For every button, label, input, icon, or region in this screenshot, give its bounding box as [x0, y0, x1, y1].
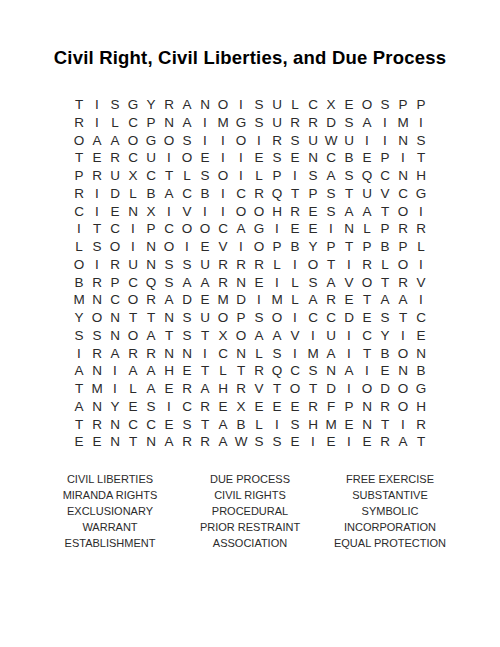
grid-cell-r3c12: R [268, 132, 286, 150]
grid-cell-r19c2: R [88, 416, 106, 434]
grid-cell-r15c11: L [250, 345, 268, 363]
grid-cell-r15c20: N [412, 345, 430, 363]
word-list-item: SUBSTANTIVE [320, 487, 460, 503]
grid-cell-r17c2: M [88, 380, 106, 398]
grid-cell-r3c1: O [70, 132, 88, 150]
grid-cell-r7c3: E [106, 203, 124, 221]
grid-cell-r4c18: P [376, 149, 394, 167]
grid-cell-r5c20: H [412, 167, 430, 185]
grid-cell-r12c6: A [160, 291, 178, 309]
grid-cell-r15c6: N [160, 345, 178, 363]
grid-cell-r19c7: S [178, 416, 196, 434]
grid-cell-r19c10: B [232, 416, 250, 434]
grid-cell-r12c7: D [178, 291, 196, 309]
grid-cell-r2c8: I [196, 114, 214, 132]
grid-cell-r7c20: I [412, 203, 430, 221]
grid-cell-r12c3: C [106, 291, 124, 309]
grid-cell-r15c9: C [214, 345, 232, 363]
grid-cell-r4c15: C [322, 149, 340, 167]
grid-cell-r15c19: O [394, 345, 412, 363]
grid-cell-r5c10: I [232, 167, 250, 185]
grid-cell-r13c18: S [376, 309, 394, 327]
grid-cell-r13c11: S [250, 309, 268, 327]
grid-cell-r2c16: S [340, 114, 358, 132]
grid-cell-r2c9: M [214, 114, 232, 132]
grid-cell-r11c13: L [286, 274, 304, 292]
grid-cell-r7c18: T [376, 203, 394, 221]
grid-cell-r20c6: A [160, 433, 178, 451]
grid-cell-r1c18: S [376, 96, 394, 114]
grid-cell-r15c1: I [70, 345, 88, 363]
grid-cell-r1c1: T [70, 96, 88, 114]
word-list-column-2: DUE PROCESSCIVIL RIGHTSPROCEDURALPRIOR R… [180, 471, 320, 551]
grid-cell-r5c18: C [376, 167, 394, 185]
grid-cell-r11c10: N [232, 274, 250, 292]
grid-cell-r4c4: C [124, 149, 142, 167]
grid-cell-r10c20: I [412, 256, 430, 274]
word-list-item: CIVIL LIBERTIES [40, 471, 180, 487]
grid-cell-r13c2: O [88, 309, 106, 327]
grid-cell-r12c19: A [394, 291, 412, 309]
grid-cell-r14c7: S [178, 327, 196, 345]
grid-cell-r8c7: O [178, 220, 196, 238]
grid-cell-r9c18: B [376, 238, 394, 256]
grid-cell-r5c4: X [124, 167, 142, 185]
grid-cell-r15c5: R [142, 345, 160, 363]
grid-cell-r7c16: A [340, 203, 358, 221]
word-list-item: PRIOR RESTRAINT [180, 519, 320, 535]
grid-cell-r2c7: A [178, 114, 196, 132]
grid-cell-r14c12: A [268, 327, 286, 345]
grid-cell-r16c15: N [322, 362, 340, 380]
grid-cell-r16c16: A [340, 362, 358, 380]
grid-cell-r8c10: A [232, 220, 250, 238]
grid-cell-r3c8: I [196, 132, 214, 150]
grid-cell-r12c15: R [322, 291, 340, 309]
grid-cell-r8c6: C [160, 220, 178, 238]
grid-cell-r8c17: L [358, 220, 376, 238]
grid-cell-r4c20: T [412, 149, 430, 167]
grid-cell-r4c17: E [358, 149, 376, 167]
word-list-item: ASSOCIATION [180, 535, 320, 551]
grid-cell-r9c7: I [178, 238, 196, 256]
grid-cell-r20c15: E [322, 433, 340, 451]
grid-cell-r14c17: C [358, 327, 376, 345]
grid-cell-r16c4: A [124, 362, 142, 380]
grid-cell-r13c13: I [286, 309, 304, 327]
grid-cell-r12c12: M [268, 291, 286, 309]
word-list-item: WARRANT [40, 519, 180, 535]
grid-cell-r14c9: X [214, 327, 232, 345]
grid-cell-r17c19: O [394, 380, 412, 398]
grid-cell-r16c7: E [178, 362, 196, 380]
grid-cell-r13c9: O [214, 309, 232, 327]
grid-cell-r20c17: E [358, 433, 376, 451]
grid-cell-r20c18: R [376, 433, 394, 451]
grid-cell-r16c12: Q [268, 362, 286, 380]
grid-cell-r7c13: R [286, 203, 304, 221]
grid-cell-r8c15: I [322, 220, 340, 238]
grid-cell-r16c20: B [412, 362, 430, 380]
grid-cell-r19c19: I [394, 416, 412, 434]
grid-cell-r9c17: P [358, 238, 376, 256]
grid-cell-r13c19: T [394, 309, 412, 327]
grid-cell-r10c8: U [196, 256, 214, 274]
grid-cell-r6c5: B [142, 185, 160, 203]
grid-cell-r8c9: C [214, 220, 232, 238]
grid-cell-r5c17: Q [358, 167, 376, 185]
grid-cell-r16c19: N [394, 362, 412, 380]
grid-cell-r10c2: I [88, 256, 106, 274]
grid-cell-r9c6: O [160, 238, 178, 256]
grid-cell-r9c15: P [322, 238, 340, 256]
grid-cell-r1c7: A [178, 96, 196, 114]
grid-cell-r9c10: I [232, 238, 250, 256]
grid-cell-r2c17: A [358, 114, 376, 132]
grid-cell-r17c1: T [70, 380, 88, 398]
grid-cell-r9c16: T [340, 238, 358, 256]
grid-cell-r8c19: R [394, 220, 412, 238]
grid-cell-r4c13: E [286, 149, 304, 167]
grid-cell-r18c14: R [304, 398, 322, 416]
grid-cell-r16c1: A [70, 362, 88, 380]
grid-cell-r9c19: P [394, 238, 412, 256]
grid-cell-r6c6: A [160, 185, 178, 203]
grid-cell-r12c4: O [124, 291, 142, 309]
grid-cell-r14c5: A [142, 327, 160, 345]
grid-cell-r19c16: E [340, 416, 358, 434]
grid-cell-r14c14: I [304, 327, 322, 345]
grid-cell-r10c7: S [178, 256, 196, 274]
word-search-page: Civil Right, Civil Liberties, and Due Pr… [0, 0, 500, 647]
grid-cell-r7c11: O [250, 203, 268, 221]
word-list-column-3: FREE EXERCISESUBSTANTIVESYMBOLICINCORPOR… [320, 471, 460, 551]
grid-cell-r8c13: E [286, 220, 304, 238]
grid-cell-r19c18: T [376, 416, 394, 434]
grid-cell-r1c5: Y [142, 96, 160, 114]
grid-cell-r8c4: I [124, 220, 142, 238]
grid-cell-r15c8: I [196, 345, 214, 363]
grid-cell-r11c17: O [358, 274, 376, 292]
grid-cell-r19c3: N [106, 416, 124, 434]
grid-cell-r14c4: O [124, 327, 142, 345]
grid-cell-r3c4: O [124, 132, 142, 150]
grid-cell-r14c6: T [160, 327, 178, 345]
grid-cell-r4c9: I [214, 149, 232, 167]
grid-cell-r10c18: L [376, 256, 394, 274]
grid-cell-r1c2: I [88, 96, 106, 114]
grid-cell-r19c17: N [358, 416, 376, 434]
grid-cell-r5c2: R [88, 167, 106, 185]
grid-cell-r1c20: P [412, 96, 430, 114]
grid-cell-r15c15: A [322, 345, 340, 363]
grid-cell-r18c17: N [358, 398, 376, 416]
grid-cell-r9c14: Y [304, 238, 322, 256]
grid-cell-r13c20: C [412, 309, 430, 327]
grid-cell-r10c3: R [106, 256, 124, 274]
grid-cell-r5c1: P [70, 167, 88, 185]
grid-cell-r9c13: B [286, 238, 304, 256]
grid-cell-r13c7: S [178, 309, 196, 327]
grid-cell-r4c6: I [160, 149, 178, 167]
grid-cell-r9c1: L [70, 238, 88, 256]
grid-cell-r16c9: L [214, 362, 232, 380]
word-list-item: EQUAL PROTECTION [320, 535, 460, 551]
grid-cell-r4c3: R [106, 149, 124, 167]
grid-cell-r13c17: E [358, 309, 376, 327]
grid-cell-r12c11: I [250, 291, 268, 309]
grid-cell-r20c12: S [268, 433, 286, 451]
grid-cell-r11c20: V [412, 274, 430, 292]
word-list-item: EXCLUSIONARY [40, 503, 180, 519]
grid-cell-r16c11: R [250, 362, 268, 380]
grid-cell-r3c13: S [286, 132, 304, 150]
grid-cell-r5c11: L [250, 167, 268, 185]
grid-cell-r13c1: Y [70, 309, 88, 327]
grid-cell-r16c10: T [232, 362, 250, 380]
grid-cell-r10c11: R [250, 256, 268, 274]
grid-cell-r15c3: A [106, 345, 124, 363]
grid-cell-r6c7: C [178, 185, 196, 203]
grid-cell-r14c15: U [322, 327, 340, 345]
grid-cell-r4c7: O [178, 149, 196, 167]
grid-cell-r6c16: T [340, 185, 358, 203]
grid-cell-r15c7: N [178, 345, 196, 363]
grid-cell-r17c7: R [178, 380, 196, 398]
grid-cell-r20c10: W [232, 433, 250, 451]
grid-cell-r1c16: E [340, 96, 358, 114]
grid-cell-r4c19: I [394, 149, 412, 167]
grid-cell-r12c9: M [214, 291, 232, 309]
grid-cell-r2c12: U [268, 114, 286, 132]
grid-cell-r2c19: M [394, 114, 412, 132]
grid-cell-r20c19: A [394, 433, 412, 451]
grid-cell-r5c8: S [196, 167, 214, 185]
grid-cell-r8c3: C [106, 220, 124, 238]
grid-cell-r10c12: L [268, 256, 286, 274]
grid-cell-r13c15: C [322, 309, 340, 327]
grid-cell-r18c8: R [196, 398, 214, 416]
grid-cell-r15c13: I [286, 345, 304, 363]
grid-cell-r7c2: I [88, 203, 106, 221]
grid-cell-r14c10: O [232, 327, 250, 345]
grid-cell-r12c13: L [286, 291, 304, 309]
grid-cell-r5c9: O [214, 167, 232, 185]
grid-cell-r12c18: A [376, 291, 394, 309]
grid-cell-r17c4: L [124, 380, 142, 398]
grid-cell-r7c19: O [394, 203, 412, 221]
grid-cell-r7c1: C [70, 203, 88, 221]
grid-cell-r13c10: P [232, 309, 250, 327]
grid-cell-r3c9: I [214, 132, 232, 150]
grid-cell-r14c20: E [412, 327, 430, 345]
grid-cell-r7c8: I [196, 203, 214, 221]
grid-cell-r1c17: O [358, 96, 376, 114]
word-list-item: SYMBOLIC [320, 503, 460, 519]
grid-cell-r13c8: U [196, 309, 214, 327]
grid-cell-r17c16: I [340, 380, 358, 398]
grid-cell-r18c6: I [160, 398, 178, 416]
grid-cell-r8c1: I [70, 220, 88, 238]
grid-cell-r3c20: S [412, 132, 430, 150]
grid-cell-r18c2: N [88, 398, 106, 416]
grid-cell-r12c5: R [142, 291, 160, 309]
grid-cell-r15c2: R [88, 345, 106, 363]
grid-cell-r11c6: S [160, 274, 178, 292]
grid-cell-r6c18: V [376, 185, 394, 203]
grid-cell-r3c5: G [142, 132, 160, 150]
grid-cell-r13c16: D [340, 309, 358, 327]
grid-cell-r6c3: D [106, 185, 124, 203]
grid-cell-r17c8: A [196, 380, 214, 398]
grid-cell-r14c19: I [394, 327, 412, 345]
grid-cell-r1c3: S [106, 96, 124, 114]
grid-cell-r2c18: I [376, 114, 394, 132]
grid-cell-r15c10: N [232, 345, 250, 363]
grid-cell-r9c11: O [250, 238, 268, 256]
grid-cell-r9c12: P [268, 238, 286, 256]
grid-cell-r14c11: A [250, 327, 268, 345]
grid-cell-r10c19: O [394, 256, 412, 274]
grid-cell-r8c16: N [340, 220, 358, 238]
grid-cell-r13c12: O [268, 309, 286, 327]
grid-cell-r12c8: E [196, 291, 214, 309]
grid-cell-r19c5: C [142, 416, 160, 434]
grid-cell-r10c17: R [358, 256, 376, 274]
grid-cell-r5c12: P [268, 167, 286, 185]
grid-cell-r6c19: C [394, 185, 412, 203]
word-list-item: MIRANDA RIGHTS [40, 487, 180, 503]
grid-cell-r11c9: R [214, 274, 232, 292]
grid-cell-r5c3: U [106, 167, 124, 185]
grid-cell-r11c18: T [376, 274, 394, 292]
grid-cell-r8c12: I [268, 220, 286, 238]
grid-cell-r10c9: R [214, 256, 232, 274]
grid-cell-r7c9: I [214, 203, 232, 221]
grid-cell-r16c3: I [106, 362, 124, 380]
grid-cell-r3c11: I [250, 132, 268, 150]
grid-cell-r19c14: H [304, 416, 322, 434]
grid-cell-r3c15: W [322, 132, 340, 150]
grid-cell-r18c13: E [286, 398, 304, 416]
grid-cell-r8c5: P [142, 220, 160, 238]
grid-cell-r1c19: P [394, 96, 412, 114]
grid-cell-r2c15: D [322, 114, 340, 132]
grid-cell-r19c1: T [70, 416, 88, 434]
grid-cell-r6c11: R [250, 185, 268, 203]
grid-cell-r11c3: P [106, 274, 124, 292]
grid-cell-r3c17: I [358, 132, 376, 150]
grid-cell-r8c8: O [196, 220, 214, 238]
grid-cell-r11c5: Q [142, 274, 160, 292]
grid-cell-r19c4: C [124, 416, 142, 434]
grid-cell-r5c15: A [322, 167, 340, 185]
grid-cell-r5c14: S [304, 167, 322, 185]
grid-cell-r18c10: X [232, 398, 250, 416]
grid-cell-r1c8: N [196, 96, 214, 114]
grid-cell-r7c14: E [304, 203, 322, 221]
grid-cell-r7c4: N [124, 203, 142, 221]
grid-cell-r13c5: T [142, 309, 160, 327]
grid-cell-r12c1: M [70, 291, 88, 309]
grid-cell-r20c3: N [106, 433, 124, 451]
grid-cell-r19c11: L [250, 416, 268, 434]
grid-cell-r14c16: I [340, 327, 358, 345]
grid-cell-r3c3: A [106, 132, 124, 150]
grid-cell-r17c12: T [268, 380, 286, 398]
grid-cell-r3c6: O [160, 132, 178, 150]
grid-cell-r2c11: S [250, 114, 268, 132]
grid-cell-r18c12: E [268, 398, 286, 416]
grid-cell-r4c2: E [88, 149, 106, 167]
grid-cell-r20c9: A [214, 433, 232, 451]
grid-cell-r7c17: A [358, 203, 376, 221]
grid-cell-r16c18: E [376, 362, 394, 380]
grid-cell-r13c3: N [106, 309, 124, 327]
grid-cell-r2c1: R [70, 114, 88, 132]
grid-cell-r20c4: T [124, 433, 142, 451]
grid-cell-r11c1: B [70, 274, 88, 292]
grid-cell-r10c13: I [286, 256, 304, 274]
grid-cell-r20c2: E [88, 433, 106, 451]
grid-cell-r8c14: E [304, 220, 322, 238]
grid-cell-r6c12: Q [268, 185, 286, 203]
grid-cell-r15c4: R [124, 345, 142, 363]
grid-cell-r4c1: T [70, 149, 88, 167]
grid-cell-r8c2: T [88, 220, 106, 238]
word-list-item: INCORPORATION [320, 519, 460, 535]
grid-cell-r17c18: D [376, 380, 394, 398]
grid-cell-r13c4: T [124, 309, 142, 327]
grid-cell-r18c3: Y [106, 398, 124, 416]
grid-cell-r14c3: N [106, 327, 124, 345]
word-list: CIVIL LIBERTIESMIRANDA RIGHTSEXCLUSIONAR… [40, 471, 460, 551]
grid-cell-r4c8: E [196, 149, 214, 167]
grid-cell-r6c2: I [88, 185, 106, 203]
grid-cell-r16c6: H [160, 362, 178, 380]
grid-cell-r17c9: H [214, 380, 232, 398]
word-list-item: PROCEDURAL [180, 503, 320, 519]
grid-cell-r17c20: G [412, 380, 430, 398]
word-search-grid: TISGYRANOISULCXEOSPPRILCPNAIMGSURRDSAIMI… [70, 96, 430, 451]
grid-cell-r14c13: V [286, 327, 304, 345]
grid-cell-r17c6: E [160, 380, 178, 398]
grid-cell-r2c5: P [142, 114, 160, 132]
grid-cell-r3c7: S [178, 132, 196, 150]
grid-cell-r12c14: A [304, 291, 322, 309]
grid-cell-r1c11: S [250, 96, 268, 114]
grid-cell-r17c5: A [142, 380, 160, 398]
grid-cell-r9c3: O [106, 238, 124, 256]
grid-cell-r19c13: S [286, 416, 304, 434]
grid-cell-r11c12: I [268, 274, 286, 292]
grid-cell-r19c12: I [268, 416, 286, 434]
grid-cell-r17c15: D [322, 380, 340, 398]
grid-cell-r11c4: C [124, 274, 142, 292]
grid-cell-r2c2: I [88, 114, 106, 132]
grid-cell-r17c13: O [286, 380, 304, 398]
grid-cell-r15c17: T [358, 345, 376, 363]
grid-cell-r2c6: N [160, 114, 178, 132]
page-title: Civil Right, Civil Liberties, and Due Pr… [0, 47, 500, 69]
grid-cell-r18c20: H [412, 398, 430, 416]
grid-cell-r16c2: N [88, 362, 106, 380]
grid-cell-r18c11: E [250, 398, 268, 416]
grid-cell-r4c14: N [304, 149, 322, 167]
grid-cell-r1c14: C [304, 96, 322, 114]
grid-cell-r7c12: H [268, 203, 286, 221]
word-list-item: DUE PROCESS [180, 471, 320, 487]
